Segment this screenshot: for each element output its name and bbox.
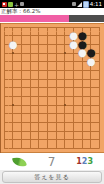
board-intersection[interactable]: ● — [78, 32, 87, 41]
board-intersection[interactable] — [35, 110, 44, 119]
board-intersection[interactable] — [17, 40, 26, 49]
board-intersection[interactable] — [87, 66, 96, 75]
board-intersection[interactable] — [69, 23, 78, 32]
board-intersection[interactable] — [69, 101, 78, 110]
board-intersection[interactable] — [87, 32, 96, 41]
board-intersection[interactable] — [26, 118, 35, 127]
signal-icon — [77, 2, 82, 7]
board-intersection[interactable]: ● — [69, 32, 78, 41]
hint-count: 7 — [48, 155, 56, 169]
board-intersection[interactable] — [26, 66, 35, 75]
board-intersection[interactable] — [43, 58, 52, 67]
board-intersection[interactable] — [17, 23, 26, 32]
board-intersection[interactable] — [95, 101, 104, 110]
board-intersection[interactable]: ● — [78, 49, 87, 58]
board-intersection[interactable] — [0, 84, 9, 93]
board-intersection[interactable] — [17, 66, 26, 75]
board-intersection[interactable] — [35, 92, 44, 101]
board-intersection[interactable] — [78, 118, 87, 127]
digit-3: 3 — [87, 157, 93, 166]
board-intersection[interactable] — [61, 49, 70, 58]
board-intersection[interactable] — [52, 136, 61, 145]
board-intersection[interactable] — [17, 49, 26, 58]
board-intersection[interactable] — [52, 84, 61, 93]
board-intersection[interactable] — [61, 40, 70, 49]
board-intersection[interactable] — [52, 127, 61, 136]
board-intersection[interactable] — [35, 32, 44, 41]
board-intersection[interactable] — [78, 58, 87, 67]
board-intersection[interactable] — [17, 110, 26, 119]
board-intersection[interactable] — [69, 136, 78, 145]
star-point — [64, 104, 66, 106]
board-intersection[interactable] — [61, 75, 70, 84]
board-intersection[interactable] — [43, 92, 52, 101]
board-intersection[interactable] — [61, 32, 70, 41]
board-intersection[interactable] — [61, 127, 70, 136]
board-intersection[interactable] — [0, 110, 9, 119]
board-intersection[interactable] — [17, 75, 26, 84]
gray-icon — [20, 2, 24, 6]
board-intersection[interactable] — [43, 75, 52, 84]
board-intersection[interactable] — [17, 144, 26, 153]
board-intersection[interactable] — [35, 84, 44, 93]
board-intersection[interactable] — [0, 118, 9, 127]
board-intersection[interactable] — [9, 118, 18, 127]
board-intersection[interactable] — [17, 127, 26, 136]
board-intersection[interactable] — [43, 144, 52, 153]
white-stone: ● — [78, 49, 87, 57]
numbers-toggle-button[interactable]: 1 2 3 — [76, 157, 93, 166]
board-intersection[interactable] — [95, 23, 104, 32]
board-intersection[interactable] — [26, 110, 35, 119]
board-intersection[interactable] — [43, 32, 52, 41]
board-intersection[interactable] — [87, 110, 96, 119]
clock-text: 4:11 — [90, 0, 102, 8]
go-board: ●●●●●●●● — [0, 23, 104, 153]
gray-icon-right — [72, 2, 76, 6]
board-intersection[interactable] — [78, 66, 87, 75]
board-intersection[interactable] — [61, 136, 70, 145]
black-stone: ● — [87, 49, 96, 57]
board-intersection[interactable] — [17, 84, 26, 93]
board-intersection[interactable] — [95, 40, 104, 49]
plus-icon: + — [14, 2, 19, 7]
board-intersection[interactable] — [78, 144, 87, 153]
board-intersection[interactable] — [69, 118, 78, 127]
white-stone: ● — [69, 32, 78, 40]
white-stone: ● — [9, 41, 18, 49]
board-intersection[interactable] — [95, 136, 104, 145]
board-intersection[interactable] — [43, 66, 52, 75]
board-intersection[interactable] — [95, 92, 104, 101]
board-intersection[interactable] — [52, 40, 61, 49]
board-intersection[interactable] — [35, 136, 44, 145]
board-intersection[interactable] — [9, 84, 18, 93]
board-intersection[interactable] — [43, 118, 52, 127]
board-intersection[interactable] — [9, 92, 18, 101]
board-intersection[interactable] — [35, 75, 44, 84]
board-intersection[interactable] — [26, 23, 35, 32]
board-intersection[interactable] — [52, 49, 61, 58]
board-intersection[interactable] — [52, 110, 61, 119]
board-intersection[interactable] — [17, 136, 26, 145]
board-intersection[interactable] — [0, 23, 9, 32]
white-stone: ● — [87, 58, 96, 66]
board-intersection[interactable] — [87, 75, 96, 84]
board-intersection[interactable] — [52, 101, 61, 110]
board-intersection[interactable] — [61, 144, 70, 153]
board-intersection[interactable] — [9, 66, 18, 75]
board-intersection[interactable] — [61, 23, 70, 32]
board-intersection[interactable] — [35, 127, 44, 136]
board-intersection[interactable] — [52, 92, 61, 101]
board-intersection[interactable] — [52, 144, 61, 153]
board-intersection[interactable] — [26, 92, 35, 101]
board-intersection[interactable] — [69, 58, 78, 67]
board-intersection[interactable] — [78, 75, 87, 84]
board-intersection[interactable] — [35, 66, 44, 75]
board-intersection[interactable] — [26, 144, 35, 153]
board-intersection[interactable] — [0, 75, 9, 84]
board-intersection[interactable] — [43, 49, 52, 58]
board-intersection[interactable] — [95, 66, 104, 75]
board-intersection[interactable] — [87, 101, 96, 110]
board-intersection[interactable] — [95, 144, 104, 153]
board-intersection[interactable] — [9, 101, 18, 110]
battery-icon — [83, 1, 89, 8]
board-intersection[interactable] — [78, 136, 87, 145]
board-intersection[interactable] — [78, 101, 87, 110]
board-intersection[interactable] — [52, 118, 61, 127]
hint-button[interactable] — [11, 155, 27, 168]
board-intersection[interactable] — [52, 66, 61, 75]
board-intersection[interactable]: ● — [69, 40, 78, 49]
board-intersection[interactable]: ● — [78, 40, 87, 49]
board-intersection[interactable] — [95, 58, 104, 67]
board-intersection[interactable] — [87, 92, 96, 101]
board-intersection[interactable] — [9, 75, 18, 84]
board-intersection[interactable] — [9, 58, 18, 67]
board-intersection[interactable] — [26, 75, 35, 84]
star-point — [12, 104, 14, 106]
bottom-toolbar: 7 1 2 3 — [0, 153, 104, 170]
board-intersection[interactable] — [43, 23, 52, 32]
board-intersection[interactable] — [52, 75, 61, 84]
phone-screen: + 4:11 正解率：66.2% ●●●●●●●● 7 1 2 3 答えを見る — [0, 0, 104, 184]
board-intersection[interactable] — [87, 23, 96, 32]
board-intersection[interactable] — [95, 75, 104, 84]
board-intersection[interactable]: ● — [9, 40, 18, 49]
board-intersection[interactable] — [0, 127, 9, 136]
board-intersection[interactable] — [0, 66, 9, 75]
board-intersection[interactable] — [87, 136, 96, 145]
board-intersection[interactable] — [0, 58, 9, 67]
star-point — [12, 52, 14, 54]
board-intersection[interactable] — [17, 32, 26, 41]
red-app-icon — [2, 2, 7, 7]
board-intersection[interactable] — [35, 144, 44, 153]
progress-fill — [0, 15, 69, 22]
board-intersection[interactable] — [43, 40, 52, 49]
board-intersection[interactable] — [43, 101, 52, 110]
board-intersection[interactable]: ● — [87, 49, 96, 58]
board-intersection[interactable] — [95, 110, 104, 119]
board-intersection[interactable] — [17, 118, 26, 127]
board-intersection[interactable] — [69, 92, 78, 101]
board-intersection[interactable] — [0, 32, 9, 41]
board-intersection[interactable] — [35, 58, 44, 67]
board-intersection[interactable] — [69, 110, 78, 119]
board-intersection[interactable] — [61, 118, 70, 127]
board-intersection[interactable] — [9, 32, 18, 41]
black-stone: ● — [78, 32, 87, 40]
board-intersection[interactable] — [43, 84, 52, 93]
board-intersection[interactable] — [26, 58, 35, 67]
board-intersection[interactable] — [35, 40, 44, 49]
board-intersection[interactable] — [26, 127, 35, 136]
board-intersection[interactable] — [43, 136, 52, 145]
board-intersection[interactable] — [43, 110, 52, 119]
board-intersection[interactable] — [61, 66, 70, 75]
board-intersection[interactable] — [17, 92, 26, 101]
board-intersection[interactable] — [0, 49, 9, 58]
board-intersection[interactable] — [9, 127, 18, 136]
board-intersection[interactable] — [52, 58, 61, 67]
answer-area: 答えを見る — [0, 170, 104, 184]
board-intersection[interactable] — [61, 58, 70, 67]
progress-bar — [0, 15, 104, 22]
board-intersection[interactable] — [0, 144, 9, 153]
board-intersection[interactable] — [78, 23, 87, 32]
board-intersection[interactable] — [17, 58, 26, 67]
board-intersection[interactable] — [87, 84, 96, 93]
android-icon — [8, 2, 13, 7]
show-answer-button[interactable]: 答えを見る — [2, 171, 102, 183]
board-intersection[interactable] — [87, 144, 96, 153]
board-intersection[interactable] — [26, 136, 35, 145]
board-intersection[interactable] — [9, 49, 18, 58]
board-intersection[interactable] — [26, 49, 35, 58]
white-stone: ● — [69, 41, 78, 49]
board-intersection[interactable] — [0, 101, 9, 110]
board-intersection[interactable] — [78, 127, 87, 136]
board-intersection[interactable] — [87, 127, 96, 136]
board-intersection[interactable] — [0, 92, 9, 101]
board-intersection[interactable] — [0, 136, 9, 145]
black-stone: ● — [78, 41, 87, 49]
board-intersection[interactable] — [26, 101, 35, 110]
leaf-icon — [12, 155, 27, 167]
board-intersection[interactable] — [35, 49, 44, 58]
board-intersection[interactable] — [61, 84, 70, 93]
board-intersection[interactable] — [95, 49, 104, 58]
board-intersection[interactable] — [35, 118, 44, 127]
board-intersection[interactable] — [52, 23, 61, 32]
board-intersection[interactable] — [78, 84, 87, 93]
board-intersection[interactable] — [95, 32, 104, 41]
board-intersection[interactable] — [26, 32, 35, 41]
board-intersection[interactable] — [61, 101, 70, 110]
board-intersection[interactable] — [87, 40, 96, 49]
board-intersection[interactable] — [17, 101, 26, 110]
board-intersection[interactable] — [69, 127, 78, 136]
board-intersection[interactable]: ● — [87, 58, 96, 67]
board-intersection[interactable] — [35, 101, 44, 110]
board-intersection[interactable] — [69, 144, 78, 153]
success-rate-label: 正解率：66.2% — [0, 8, 104, 15]
star-point — [64, 52, 66, 54]
board-intersection[interactable] — [95, 84, 104, 93]
board-intersection[interactable] — [9, 23, 18, 32]
board-intersection[interactable] — [43, 127, 52, 136]
board-intersection[interactable] — [9, 144, 18, 153]
board-intersection[interactable] — [69, 75, 78, 84]
board-intersection[interactable] — [61, 110, 70, 119]
board-intersection[interactable] — [78, 92, 87, 101]
board-intersection[interactable] — [87, 118, 96, 127]
board-intersection[interactable] — [26, 84, 35, 93]
board-intersection[interactable] — [26, 40, 35, 49]
progress-bar-wrap — [0, 15, 104, 23]
board-intersection[interactable] — [69, 84, 78, 93]
board-intersection[interactable] — [69, 66, 78, 75]
board-intersection[interactable] — [95, 118, 104, 127]
board-intersection[interactable] — [0, 40, 9, 49]
board-intersection[interactable] — [52, 32, 61, 41]
board-intersection[interactable] — [61, 92, 70, 101]
board-intersection[interactable] — [69, 49, 78, 58]
board-intersection[interactable] — [78, 110, 87, 119]
board-intersection[interactable] — [95, 127, 104, 136]
board-intersection[interactable] — [9, 110, 18, 119]
board-intersection[interactable] — [9, 136, 18, 145]
board-intersection[interactable] — [35, 23, 44, 32]
status-bar: + 4:11 — [0, 0, 104, 8]
